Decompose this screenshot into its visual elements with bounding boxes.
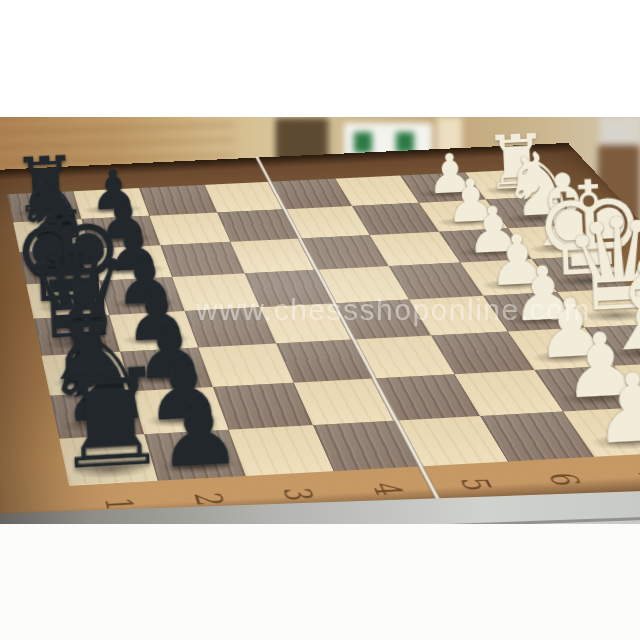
board-square: ♟ [563, 407, 640, 457]
rank-label: 5 [450, 473, 503, 495]
rank-label: 6 [537, 468, 591, 490]
chess-piece-white-pawn: ♟ [590, 363, 640, 454]
green-label [354, 132, 372, 153]
board-square: ♜ [59, 434, 157, 485]
chess-shop-photo: ♜♟♟♜♞♟♟♞♝♟♟♝♚♟♟♚♛♟♟♛♝♟♟♝♞♟♟♞♜♟♟♜ 1234567… [0, 0, 640, 640]
bottom-white-band [0, 524, 640, 640]
watermark-text: www.chessshoponline.com [196, 293, 591, 327]
chess-piece-black-pawn: ♟ [154, 386, 243, 478]
board-frame: ♜♟♟♜♞♟♟♞♝♟♟♝♚♟♟♚♛♟♟♛♝♟♟♝♞♟♟♞♜♟♟♜ 1234567… [0, 143, 640, 538]
board-square: ♟ [144, 430, 246, 481]
board-grid: ♜♟♟♜♞♟♟♞♝♟♟♝♚♟♟♚♛♟♟♛♝♟♟♝♞♟♟♞♜♟♟♜ [7, 169, 640, 485]
rank-label: 4 [362, 478, 414, 500]
chess-piece-black-rook: ♜ [48, 355, 173, 484]
rank-label: 7 [625, 464, 640, 486]
top-white-band [0, 0, 640, 117]
